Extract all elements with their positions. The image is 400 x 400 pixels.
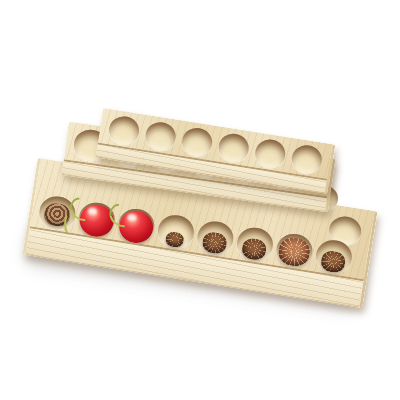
pit[interactable] [314,238,355,276]
pit[interactable] [116,206,157,244]
pine-cone-piece[interactable] [201,231,228,255]
pit[interactable] [156,213,197,251]
pit[interactable] [195,219,236,257]
pit[interactable] [253,137,287,169]
pine-cone-large-piece[interactable] [277,236,312,269]
product-photo-scene [0,0,400,400]
pit[interactable] [180,126,214,158]
cherry-piece[interactable] [117,208,156,245]
pit[interactable] [217,132,251,164]
pine-cone-small-piece[interactable] [165,231,185,249]
pit[interactable] [107,114,141,146]
pine-cone-piece[interactable] [320,249,347,273]
pit[interactable] [274,231,315,269]
pit[interactable] [235,225,276,263]
pine-cone-piece[interactable] [241,237,268,261]
pit[interactable] [290,143,324,175]
pit[interactable] [144,120,178,152]
